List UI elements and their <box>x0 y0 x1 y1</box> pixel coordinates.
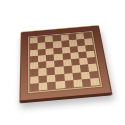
square-b1 <box>39 82 48 90</box>
board-grid <box>30 33 100 92</box>
product-photo-background: { "game": "chess", "position": "8/8/8/8/… <box>0 0 125 125</box>
chessboard <box>19 25 112 101</box>
square-h1 <box>90 78 100 86</box>
square-a1 <box>30 83 39 91</box>
